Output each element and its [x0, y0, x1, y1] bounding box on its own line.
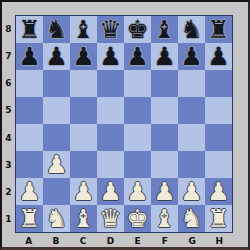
piece-black-bishop[interactable]: ♝ — [153, 16, 175, 43]
rank-label-1: 1 — [2, 206, 15, 233]
piece-white-pawn[interactable]: ♟ — [153, 178, 175, 205]
square-h1[interactable]: ♜ — [205, 205, 232, 232]
square-e1[interactable]: ♚ — [124, 205, 151, 232]
square-h4[interactable] — [205, 124, 232, 151]
square-b3[interactable]: ♟ — [43, 151, 70, 178]
square-a2[interactable]: ♟ — [16, 178, 43, 205]
square-h8[interactable]: ♜ — [205, 16, 232, 43]
file-label-c: C — [70, 233, 97, 248]
piece-white-pawn[interactable]: ♟ — [45, 151, 67, 178]
square-h2[interactable]: ♟ — [205, 178, 232, 205]
file-label-b: B — [42, 233, 69, 248]
square-c2[interactable]: ♟ — [70, 178, 97, 205]
rank-label-7: 7 — [2, 42, 15, 69]
square-d8[interactable]: ♛ — [97, 16, 124, 43]
rank-label-5: 5 — [2, 97, 15, 124]
piece-white-pawn[interactable]: ♟ — [99, 178, 121, 205]
piece-black-queen[interactable]: ♛ — [99, 16, 121, 43]
chess-board[interactable]: ♜♞♝♛♚♝♞♜♟♟♟♟♟♟♟♟♟♟♟♟♟♟♟♟♜♞♝♛♚♝♞♜ — [15, 15, 233, 233]
square-c5[interactable] — [70, 97, 97, 124]
piece-white-pawn[interactable]: ♟ — [126, 178, 148, 205]
square-e2[interactable]: ♟ — [124, 178, 151, 205]
piece-white-pawn[interactable]: ♟ — [72, 178, 94, 205]
square-e5[interactable] — [124, 97, 151, 124]
square-g8[interactable]: ♞ — [178, 16, 205, 43]
piece-black-pawn[interactable]: ♟ — [72, 43, 94, 70]
square-c8[interactable]: ♝ — [70, 16, 97, 43]
square-g3[interactable] — [178, 151, 205, 178]
square-b8[interactable]: ♞ — [43, 16, 70, 43]
square-a3[interactable] — [16, 151, 43, 178]
square-h3[interactable] — [205, 151, 232, 178]
piece-black-pawn[interactable]: ♟ — [207, 43, 229, 70]
square-d5[interactable] — [97, 97, 124, 124]
piece-white-king[interactable]: ♚ — [126, 205, 148, 232]
square-c3[interactable] — [70, 151, 97, 178]
square-g1[interactable]: ♞ — [178, 205, 205, 232]
piece-white-pawn[interactable]: ♟ — [180, 178, 202, 205]
piece-white-pawn[interactable]: ♟ — [18, 178, 40, 205]
square-b4[interactable] — [43, 124, 70, 151]
square-d6[interactable] — [97, 70, 124, 97]
piece-black-king[interactable]: ♚ — [126, 16, 148, 43]
square-c1[interactable]: ♝ — [70, 205, 97, 232]
square-a4[interactable] — [16, 124, 43, 151]
square-e4[interactable] — [124, 124, 151, 151]
square-g6[interactable] — [178, 70, 205, 97]
square-b2[interactable] — [43, 178, 70, 205]
square-e7[interactable]: ♟ — [124, 43, 151, 70]
piece-black-pawn[interactable]: ♟ — [99, 43, 121, 70]
piece-white-bishop[interactable]: ♝ — [153, 205, 175, 232]
rank-label-6: 6 — [2, 70, 15, 97]
square-b5[interactable] — [43, 97, 70, 124]
square-c7[interactable]: ♟ — [70, 43, 97, 70]
rank-label-2: 2 — [2, 179, 15, 206]
square-c4[interactable] — [70, 124, 97, 151]
square-a6[interactable] — [16, 70, 43, 97]
file-label-f: F — [151, 233, 178, 248]
file-label-g: G — [179, 233, 206, 248]
square-f7[interactable]: ♟ — [151, 43, 178, 70]
piece-black-pawn[interactable]: ♟ — [18, 43, 40, 70]
square-f4[interactable] — [151, 124, 178, 151]
piece-black-pawn[interactable]: ♟ — [45, 43, 67, 70]
square-f5[interactable] — [151, 97, 178, 124]
square-d1[interactable]: ♛ — [97, 205, 124, 232]
square-d7[interactable]: ♟ — [97, 43, 124, 70]
file-label-e: E — [124, 233, 151, 248]
square-h6[interactable] — [205, 70, 232, 97]
rank-label-8: 8 — [2, 15, 15, 42]
rank-label-4: 4 — [2, 124, 15, 151]
piece-black-pawn[interactable]: ♟ — [153, 43, 175, 70]
piece-white-knight[interactable]: ♞ — [45, 205, 67, 232]
square-f2[interactable]: ♟ — [151, 178, 178, 205]
square-c6[interactable] — [70, 70, 97, 97]
file-labels: ABCDEFGH — [15, 233, 233, 248]
square-a7[interactable]: ♟ — [16, 43, 43, 70]
square-a5[interactable] — [16, 97, 43, 124]
piece-black-knight[interactable]: ♞ — [45, 16, 67, 43]
piece-white-knight[interactable]: ♞ — [180, 205, 202, 232]
square-e3[interactable] — [124, 151, 151, 178]
square-e6[interactable] — [124, 70, 151, 97]
piece-white-queen[interactable]: ♛ — [99, 205, 121, 232]
square-d3[interactable] — [97, 151, 124, 178]
square-a8[interactable]: ♜ — [16, 16, 43, 43]
piece-white-pawn[interactable]: ♟ — [207, 178, 229, 205]
square-e8[interactable]: ♚ — [124, 16, 151, 43]
square-h7[interactable]: ♟ — [205, 43, 232, 70]
piece-black-pawn[interactable]: ♟ — [126, 43, 148, 70]
square-f8[interactable]: ♝ — [151, 16, 178, 43]
piece-black-rook[interactable]: ♜ — [207, 16, 229, 43]
chess-window-frame: 87654321 ♜♞♝♛♚♝♞♜♟♟♟♟♟♟♟♟♟♟♟♟♟♟♟♟♜♞♝♛♚♝♞… — [0, 0, 250, 250]
square-a1[interactable]: ♜ — [16, 205, 43, 232]
piece-black-bishop[interactable]: ♝ — [72, 16, 94, 43]
file-label-h: H — [206, 233, 233, 248]
piece-black-rook[interactable]: ♜ — [18, 16, 40, 43]
piece-white-rook[interactable]: ♜ — [18, 205, 40, 232]
file-label-a: A — [15, 233, 42, 248]
square-d4[interactable] — [97, 124, 124, 151]
square-b7[interactable]: ♟ — [43, 43, 70, 70]
square-b1[interactable]: ♞ — [43, 205, 70, 232]
square-f1[interactable]: ♝ — [151, 205, 178, 232]
square-d2[interactable]: ♟ — [97, 178, 124, 205]
piece-black-knight[interactable]: ♞ — [180, 16, 202, 43]
square-f6[interactable] — [151, 70, 178, 97]
piece-white-rook[interactable]: ♜ — [207, 205, 229, 232]
square-g5[interactable] — [178, 97, 205, 124]
file-label-d: D — [97, 233, 124, 248]
square-g7[interactable]: ♟ — [178, 43, 205, 70]
rank-labels: 87654321 — [2, 15, 15, 233]
square-g4[interactable] — [178, 124, 205, 151]
piece-white-bishop[interactable]: ♝ — [72, 205, 94, 232]
square-g2[interactable]: ♟ — [178, 178, 205, 205]
square-h5[interactable] — [205, 97, 232, 124]
rank-label-3: 3 — [2, 151, 15, 178]
piece-black-pawn[interactable]: ♟ — [180, 43, 202, 70]
square-b6[interactable] — [43, 70, 70, 97]
square-f3[interactable] — [151, 151, 178, 178]
